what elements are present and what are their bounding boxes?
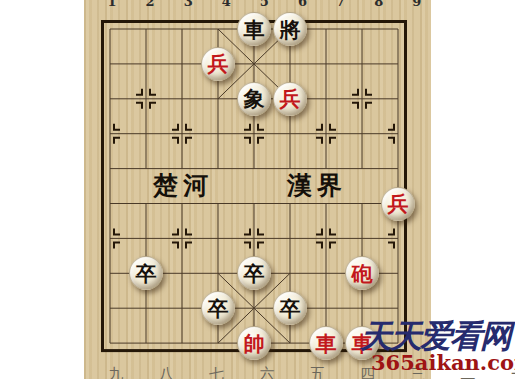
river-text-right: 漢界 (286, 171, 347, 200)
file-label-top: 7 (336, 0, 345, 8)
file-label-bottom: 七 (209, 367, 224, 379)
piece-glyph: 車 (244, 19, 265, 40)
piece-glyph: 帥 (244, 333, 265, 354)
file-label-top: 4 (222, 0, 231, 8)
piece-glyph: 卒 (280, 298, 301, 319)
piece-glyph: 兵 (208, 53, 229, 74)
piece-black-soldier[interactable]: 卒 (273, 291, 307, 325)
piece-glyph: 兵 (280, 88, 301, 109)
file-label-top: 9 (412, 0, 421, 8)
file-label-bottom: 八 (159, 367, 174, 379)
piece-red-soldier[interactable]: 兵 (201, 47, 235, 81)
file-label-top: 3 (184, 0, 193, 8)
file-label-top: 2 (146, 0, 155, 8)
file-label-top: 8 (374, 0, 383, 8)
piece-glyph: 兵 (388, 193, 409, 214)
file-label-bottom: 九 (109, 367, 124, 379)
piece-glyph: 卒 (244, 263, 265, 284)
piece-red-general[interactable]: 帥 (237, 326, 271, 360)
file-label-top: 5 (260, 0, 269, 8)
grid-lines (103, 22, 406, 351)
piece-glyph: 卒 (208, 298, 229, 319)
piece-black-general[interactable]: 將 (273, 12, 307, 46)
piece-red-soldier[interactable]: 兵 (381, 187, 415, 221)
file-label-top: 6 (298, 0, 307, 8)
watermark-title: 天天爱看网 (360, 320, 510, 352)
file-label-bottom: 五 (310, 367, 325, 379)
piece-black-elephant[interactable]: 象 (237, 82, 271, 116)
screenshot-root: 楚河 漢界 123456789 九八七六五四三二一 車將兵象兵兵卒卒砲卒卒帥車車… (0, 0, 515, 379)
watermark-url: 365aikan.com (371, 352, 515, 373)
piece-glyph: 象 (244, 88, 265, 109)
piece-black-soldier[interactable]: 卒 (201, 291, 235, 325)
piece-glyph: 砲 (352, 263, 373, 284)
river-text-left: 楚河 (152, 171, 213, 200)
piece-red-chariot[interactable]: 車 (309, 326, 343, 360)
piece-red-soldier[interactable]: 兵 (273, 82, 307, 116)
piece-glyph: 將 (280, 19, 301, 40)
piece-glyph: 卒 (136, 263, 157, 284)
file-label-bottom: 六 (259, 367, 274, 379)
piece-black-chariot[interactable]: 車 (237, 12, 271, 46)
piece-glyph: 車 (316, 333, 337, 354)
file-label-top: 1 (107, 0, 116, 8)
